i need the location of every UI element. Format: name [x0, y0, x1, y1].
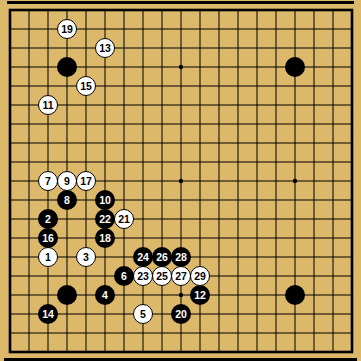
- stone-white-move-13-F17: 13: [95, 38, 115, 58]
- stone-white-move-21-G8: 21: [114, 209, 134, 229]
- stone-white-move-15-E15: 15: [76, 76, 96, 96]
- stone-white-move-17-E10: 17: [76, 171, 96, 191]
- stone-black-setup-D4: [57, 285, 77, 305]
- stone-white-move-27-K5: 27: [171, 266, 191, 286]
- stone-black-move-22-F8: 22: [95, 209, 115, 229]
- stone-black-move-10-F9: 10: [95, 190, 115, 210]
- stone-black-move-4-F4: 4: [95, 285, 115, 305]
- go-board: 1234567891011121314151617181920212223242…: [1, 1, 361, 361]
- stone-black-move-20-K3: 20: [171, 304, 191, 324]
- stone-black-move-6-G5: 6: [114, 266, 134, 286]
- stone-black-setup-D16: [57, 57, 77, 77]
- stone-black-setup-Q4: [285, 285, 305, 305]
- go-diagram: 1234567891011121314151617181920212223242…: [0, 0, 361, 361]
- stone-black-move-18-F7: 18: [95, 228, 115, 248]
- stone-black-move-14-C3: 14: [38, 304, 58, 324]
- stone-black-setup-Q16: [285, 57, 305, 77]
- stone-white-move-9-D10: 9: [57, 171, 77, 191]
- stone-black-move-2-C8: 2: [38, 209, 58, 229]
- stone-white-move-1-C6: 1: [38, 247, 58, 267]
- stone-white-move-19-D18: 19: [57, 19, 77, 39]
- stone-white-move-7-C10: 7: [38, 171, 58, 191]
- stone-white-move-23-H5: 23: [133, 266, 153, 286]
- stone-white-move-11-C14: 11: [38, 95, 58, 115]
- stone-white-move-29-L5: 29: [190, 266, 210, 286]
- stone-white-move-3-E6: 3: [76, 247, 96, 267]
- stone-black-move-16-C7: 16: [38, 228, 58, 248]
- stone-black-move-24-H6: 24: [133, 247, 153, 267]
- stone-white-move-5-H3: 5: [133, 304, 153, 324]
- stone-black-move-28-K6: 28: [171, 247, 191, 267]
- stone-black-move-12-L4: 12: [190, 285, 210, 305]
- stone-black-move-8-D9: 8: [57, 190, 77, 210]
- stone-black-move-26-J6: 26: [152, 247, 172, 267]
- stone-white-move-25-J5: 25: [152, 266, 172, 286]
